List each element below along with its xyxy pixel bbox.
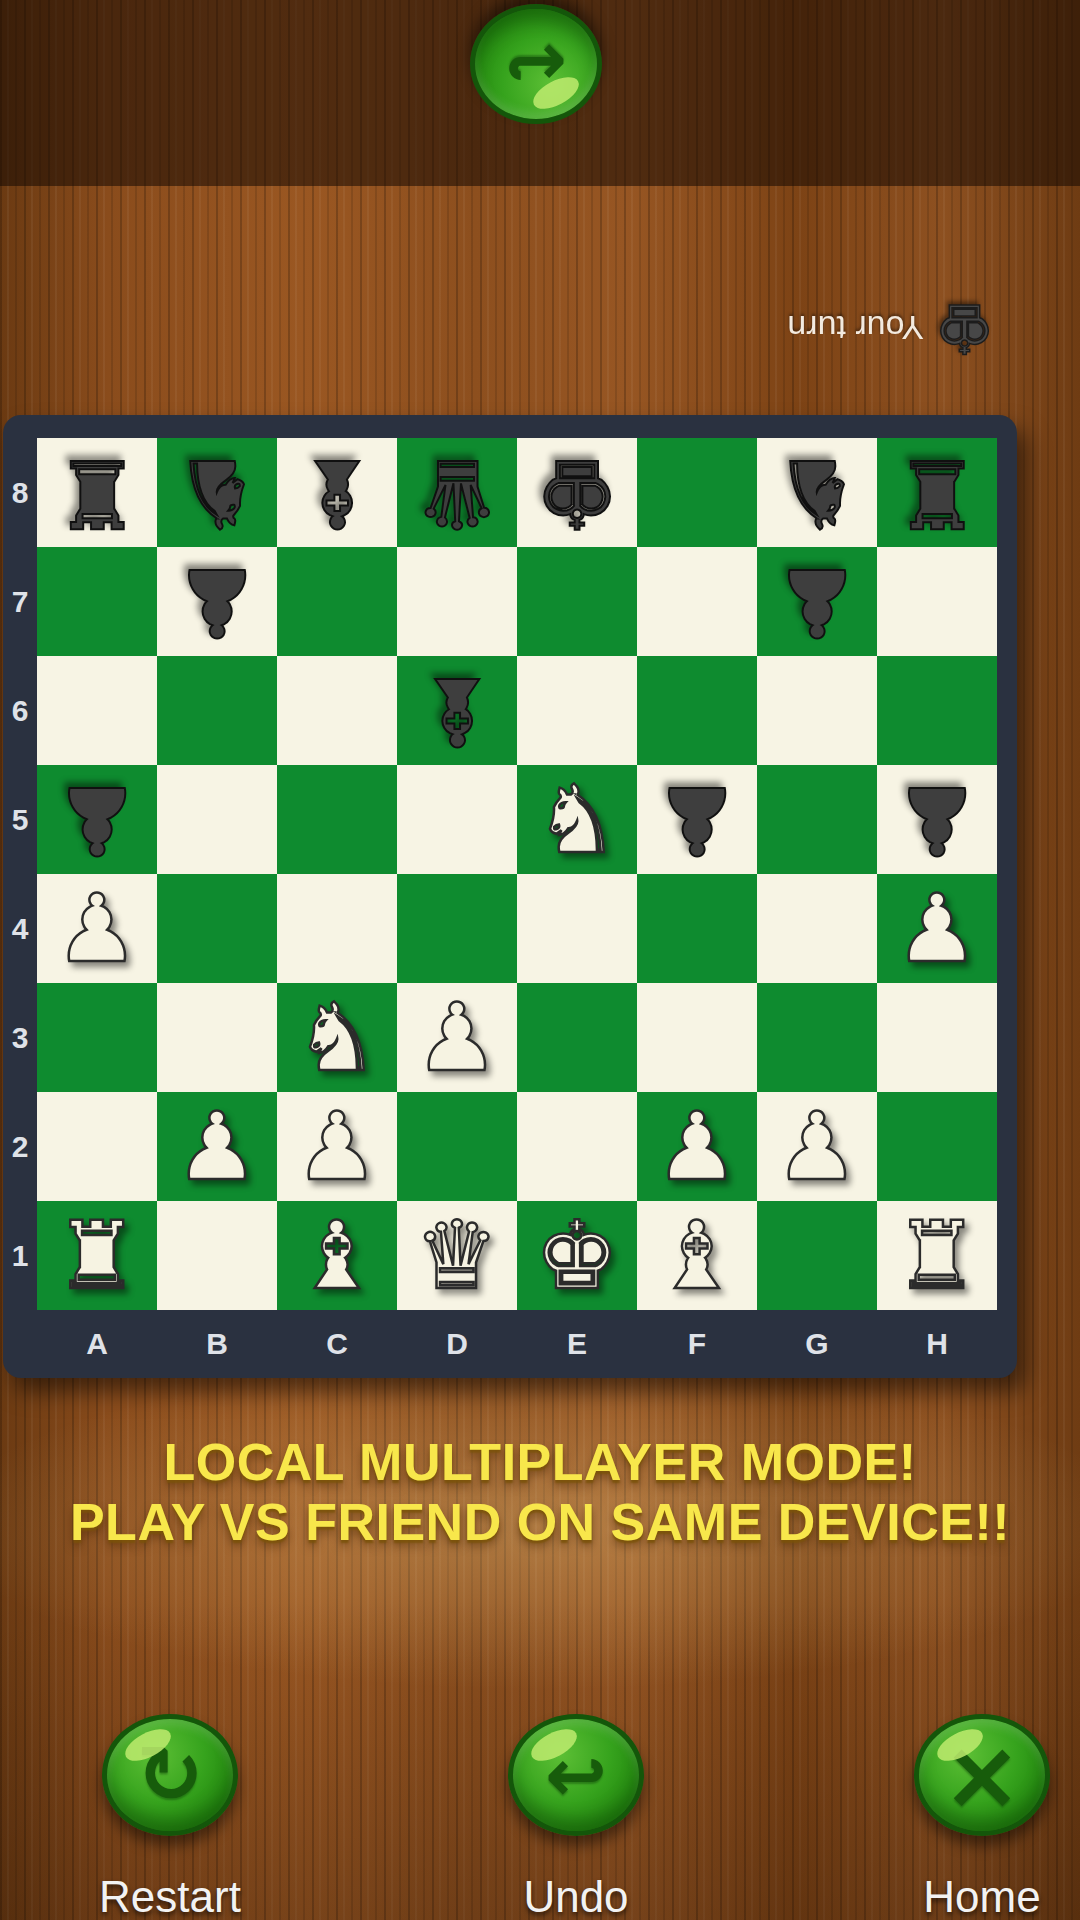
black-rook[interactable]: ♜ xyxy=(55,446,139,540)
black-knight[interactable]: ♞ xyxy=(775,446,859,540)
square-e3[interactable] xyxy=(517,983,637,1092)
square-e5[interactable]: ♞ xyxy=(517,765,637,874)
square-b5[interactable] xyxy=(157,765,277,874)
square-a4[interactable]: ♟ xyxy=(37,874,157,983)
black-pawn[interactable]: ♟ xyxy=(55,773,139,867)
square-g6[interactable] xyxy=(757,656,877,765)
square-c3[interactable]: ♞ xyxy=(277,983,397,1092)
square-a5[interactable]: ♟ xyxy=(37,765,157,874)
white-bishop[interactable]: ♝ xyxy=(295,1209,379,1303)
square-f6[interactable] xyxy=(637,656,757,765)
square-e2[interactable] xyxy=(517,1092,637,1201)
white-pawn[interactable]: ♟ xyxy=(895,882,979,976)
rank-label-6: 6 xyxy=(3,656,37,765)
file-label-d: D xyxy=(397,1310,517,1378)
square-g2[interactable]: ♟ xyxy=(757,1092,877,1201)
white-queen[interactable]: ♛ xyxy=(415,1209,499,1303)
file-label-h: H xyxy=(877,1310,997,1378)
rank-label-5: 5 xyxy=(3,765,37,874)
white-pawn[interactable]: ♟ xyxy=(415,991,499,1085)
rank-label-1: 1 xyxy=(3,1201,37,1310)
square-c4[interactable] xyxy=(277,874,397,983)
square-e6[interactable] xyxy=(517,656,637,765)
square-b2[interactable]: ♟ xyxy=(157,1092,277,1201)
rank-label-3: 3 xyxy=(3,983,37,1092)
square-b6[interactable] xyxy=(157,656,277,765)
square-h5[interactable]: ♟ xyxy=(877,765,997,874)
square-c7[interactable] xyxy=(277,547,397,656)
white-pawn[interactable]: ♟ xyxy=(55,882,139,976)
square-a7[interactable] xyxy=(37,547,157,656)
square-e4[interactable] xyxy=(517,874,637,983)
square-h8[interactable]: ♜ xyxy=(877,438,997,547)
promo-banner: LOCAL MULTIPLAYER MODE! PLAY VS FRIEND O… xyxy=(0,1432,1080,1552)
home-label: Home xyxy=(822,1872,1080,1920)
square-e7[interactable] xyxy=(517,547,637,656)
your-turn-label: Your turn xyxy=(787,309,924,348)
black-knight[interactable]: ♞ xyxy=(175,446,259,540)
square-g5[interactable] xyxy=(757,765,877,874)
black-pawn[interactable]: ♟ xyxy=(895,773,979,867)
square-d1[interactable]: ♛ xyxy=(397,1201,517,1310)
square-c1[interactable]: ♝ xyxy=(277,1201,397,1310)
square-h3[interactable] xyxy=(877,983,997,1092)
square-d4[interactable] xyxy=(397,874,517,983)
square-h6[interactable] xyxy=(877,656,997,765)
white-pawn[interactable]: ♟ xyxy=(655,1100,739,1194)
black-queen[interactable]: ♛ xyxy=(415,446,499,540)
square-b4[interactable] xyxy=(157,874,277,983)
square-c5[interactable] xyxy=(277,765,397,874)
restart-button[interactable]: ↻ xyxy=(102,1714,238,1836)
black-pawn[interactable]: ♟ xyxy=(775,555,859,649)
square-a1[interactable]: ♜ xyxy=(37,1201,157,1310)
square-d2[interactable] xyxy=(397,1092,517,1201)
rank-label-4: 4 xyxy=(3,874,37,983)
file-label-g: G xyxy=(757,1310,877,1378)
rank-label-2: 2 xyxy=(3,1092,37,1201)
file-label-e: E xyxy=(517,1310,637,1378)
black-pawn[interactable]: ♟ xyxy=(175,555,259,649)
square-f2[interactable]: ♟ xyxy=(637,1092,757,1201)
square-b3[interactable] xyxy=(157,983,277,1092)
white-pawn[interactable]: ♟ xyxy=(295,1100,379,1194)
file-labels: ABCDEFGH xyxy=(37,1310,997,1378)
square-c6[interactable] xyxy=(277,656,397,765)
white-rook[interactable]: ♜ xyxy=(895,1209,979,1303)
home-button[interactable]: × xyxy=(914,1714,1050,1836)
square-a8[interactable]: ♜ xyxy=(37,438,157,547)
square-f4[interactable] xyxy=(637,874,757,983)
square-a3[interactable] xyxy=(37,983,157,1092)
black-king[interactable]: ♚ xyxy=(535,446,619,540)
square-c2[interactable]: ♟ xyxy=(277,1092,397,1201)
banner-line-2: PLAY VS FRIEND ON SAME DEVICE!! xyxy=(0,1492,1080,1552)
file-label-c: C xyxy=(277,1310,397,1378)
black-pawn[interactable]: ♟ xyxy=(655,773,739,867)
top-undo-button[interactable]: ↩ xyxy=(470,4,602,124)
square-d8[interactable]: ♛ xyxy=(397,438,517,547)
square-f8[interactable] xyxy=(637,438,757,547)
white-knight[interactable]: ♞ xyxy=(295,991,379,1085)
square-c8[interactable]: ♝ xyxy=(277,438,397,547)
square-f1[interactable]: ♝ xyxy=(637,1201,757,1310)
file-label-b: B xyxy=(157,1310,277,1378)
square-b1[interactable] xyxy=(157,1201,277,1310)
square-g8[interactable]: ♞ xyxy=(757,438,877,547)
square-h2[interactable] xyxy=(877,1092,997,1201)
close-icon: × xyxy=(942,1727,1022,1823)
board-squares: ♜♞♝♛♚♞♜♟♟♝♟♞♟♟♟♟♞♟♟♟♟♟♜♝♛♚♝♜ xyxy=(37,438,997,1310)
square-a2[interactable] xyxy=(37,1092,157,1201)
turn-indicator: ♚ Your turn xyxy=(745,288,995,368)
square-g7[interactable]: ♟ xyxy=(757,547,877,656)
file-label-a: A xyxy=(37,1310,157,1378)
square-a6[interactable] xyxy=(37,656,157,765)
square-f3[interactable] xyxy=(637,983,757,1092)
square-h7[interactable] xyxy=(877,547,997,656)
square-f5[interactable]: ♟ xyxy=(637,765,757,874)
square-b7[interactable]: ♟ xyxy=(157,547,277,656)
black-rook[interactable]: ♜ xyxy=(895,446,979,540)
square-d7[interactable] xyxy=(397,547,517,656)
square-d3[interactable]: ♟ xyxy=(397,983,517,1092)
square-d6[interactable]: ♝ xyxy=(397,656,517,765)
square-g1[interactable] xyxy=(757,1201,877,1310)
square-h4[interactable]: ♟ xyxy=(877,874,997,983)
white-pawn[interactable]: ♟ xyxy=(775,1100,859,1194)
undo-button[interactable]: ↩ xyxy=(508,1714,644,1836)
square-d5[interactable] xyxy=(397,765,517,874)
undo-label: Undo xyxy=(416,1872,736,1920)
undo-arrow-icon: ↩ xyxy=(545,1738,607,1812)
restart-label: Restart xyxy=(10,1872,330,1920)
square-h1[interactable]: ♜ xyxy=(877,1201,997,1310)
square-e8[interactable]: ♚ xyxy=(517,438,637,547)
rank-label-8: 8 xyxy=(3,438,37,547)
chess-board: 87654321 ♜♞♝♛♚♞♜♟♟♝♟♞♟♟♟♟♞♟♟♟♟♟♜♝♛♚♝♜ AB… xyxy=(3,415,1017,1378)
black-king-icon: ♚ xyxy=(934,294,995,362)
rank-labels: 87654321 xyxy=(3,438,37,1310)
square-b8[interactable]: ♞ xyxy=(157,438,277,547)
black-bishop[interactable]: ♝ xyxy=(295,446,379,540)
black-bishop[interactable]: ♝ xyxy=(415,664,499,758)
white-pawn[interactable]: ♟ xyxy=(175,1100,259,1194)
rank-label-7: 7 xyxy=(3,547,37,656)
square-g4[interactable] xyxy=(757,874,877,983)
square-e1[interactable]: ♚ xyxy=(517,1201,637,1310)
undo-arrow-icon: ↩ xyxy=(505,27,567,101)
banner-line-1: LOCAL MULTIPLAYER MODE! xyxy=(0,1432,1080,1492)
white-king[interactable]: ♚ xyxy=(535,1209,619,1303)
restart-icon: ↻ xyxy=(136,1735,203,1815)
white-bishop[interactable]: ♝ xyxy=(655,1209,739,1303)
file-label-f: F xyxy=(637,1310,757,1378)
square-f7[interactable] xyxy=(637,547,757,656)
white-rook[interactable]: ♜ xyxy=(55,1209,139,1303)
white-knight[interactable]: ♞ xyxy=(535,773,619,867)
square-g3[interactable] xyxy=(757,983,877,1092)
